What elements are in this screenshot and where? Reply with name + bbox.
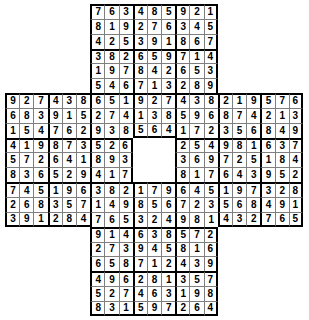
- cell-r3c12[interactable]: 1: [161, 34, 175, 49]
- cell-r3c13[interactable]: 8: [175, 34, 189, 49]
- cell-r9c19[interactable]: 8: [260, 123, 274, 138]
- cell-r8c9[interactable]: 4: [119, 108, 133, 123]
- cell-r13c1[interactable]: 7: [5, 182, 19, 197]
- cell-r13c21[interactable]: 8: [289, 182, 303, 197]
- cell-r19c13[interactable]: 3: [175, 271, 189, 286]
- cell-r4c12[interactable]: 9: [161, 49, 175, 64]
- cell-r15c14[interactable]: 8: [189, 212, 203, 227]
- cell-r9c16[interactable]: 3: [218, 123, 232, 138]
- cell-r15c9[interactable]: 5: [119, 212, 133, 227]
- cell-r9c8[interactable]: 3: [104, 123, 118, 138]
- cell-r15c2[interactable]: 9: [19, 212, 33, 227]
- cell-r20c12[interactable]: 3: [161, 286, 175, 301]
- cell-r2c12[interactable]: 6: [161, 19, 175, 34]
- cell-r21c15[interactable]: 4: [204, 301, 218, 316]
- cell-r9c5[interactable]: 6: [62, 123, 76, 138]
- cell-r11c9[interactable]: 3: [119, 152, 133, 167]
- cell-r14c18[interactable]: 8: [246, 197, 260, 212]
- cell-r14c3[interactable]: 8: [33, 197, 47, 212]
- cell-r13c10[interactable]: 1: [133, 182, 147, 197]
- cell-r14c21[interactable]: 1: [289, 197, 303, 212]
- cell-r15c11[interactable]: 2: [147, 212, 161, 227]
- cell-r7c9[interactable]: 1: [119, 93, 133, 108]
- cell-r1c12[interactable]: 5: [161, 4, 175, 19]
- cell-r1c8[interactable]: 6: [104, 4, 118, 19]
- cell-r7c3[interactable]: 7: [33, 93, 47, 108]
- cell-r12c1[interactable]: 8: [5, 167, 19, 182]
- cell-r11c15[interactable]: 9: [204, 152, 218, 167]
- cell-r10c15[interactable]: 4: [204, 138, 218, 153]
- cell-r7c15[interactable]: 8: [204, 93, 218, 108]
- cell-r16c15[interactable]: 2: [204, 227, 218, 242]
- cell-r1c15[interactable]: 1: [204, 4, 218, 19]
- cell-r5c12[interactable]: 2: [161, 63, 175, 78]
- cell-r11c1[interactable]: 5: [5, 152, 19, 167]
- cell-r14c7[interactable]: 1: [90, 197, 104, 212]
- cell-r14c15[interactable]: 3: [204, 197, 218, 212]
- cell-r3c15[interactable]: 7: [204, 34, 218, 49]
- cell-r7c10[interactable]: 9: [133, 93, 147, 108]
- cell-r18c13[interactable]: 4: [175, 256, 189, 271]
- cell-r13c4[interactable]: 1: [48, 182, 62, 197]
- cell-r17c13[interactable]: 8: [175, 242, 189, 257]
- cell-r13c20[interactable]: 2: [275, 182, 289, 197]
- cell-r15c4[interactable]: 2: [48, 212, 62, 227]
- cell-r21c8[interactable]: 3: [104, 301, 118, 316]
- cell-r14c10[interactable]: 8: [133, 197, 147, 212]
- cell-r20c7[interactable]: 5: [90, 286, 104, 301]
- cell-r16c9[interactable]: 4: [119, 227, 133, 242]
- cell-r7c13[interactable]: 4: [175, 93, 189, 108]
- cell-r15c3[interactable]: 1: [33, 212, 47, 227]
- cell-r8c7[interactable]: 2: [90, 108, 104, 123]
- cell-r19c7[interactable]: 4: [90, 271, 104, 286]
- cell-r7c6[interactable]: 8: [76, 93, 90, 108]
- cell-r3c7[interactable]: 4: [90, 34, 104, 49]
- cell-r9c20[interactable]: 4: [275, 123, 289, 138]
- cell-r8c19[interactable]: 2: [260, 108, 274, 123]
- cell-r7c5[interactable]: 3: [62, 93, 76, 108]
- cell-r13c15[interactable]: 5: [204, 182, 218, 197]
- cell-r17c8[interactable]: 7: [104, 242, 118, 257]
- cell-r16c10[interactable]: 6: [133, 227, 147, 242]
- cell-r13c18[interactable]: 7: [246, 182, 260, 197]
- cell-r17c15[interactable]: 6: [204, 242, 218, 257]
- cell-r12c19[interactable]: 9: [260, 167, 274, 182]
- cell-r6c10[interactable]: 7: [133, 78, 147, 93]
- cell-r18c7[interactable]: 6: [90, 256, 104, 271]
- cell-r7c2[interactable]: 2: [19, 93, 33, 108]
- cell-r12c20[interactable]: 5: [275, 167, 289, 182]
- cell-r12c8[interactable]: 1: [104, 167, 118, 182]
- cell-r5c9[interactable]: 7: [119, 63, 133, 78]
- cell-r17c11[interactable]: 4: [147, 242, 161, 257]
- cell-r2c9[interactable]: 9: [119, 19, 133, 34]
- cell-r14c12[interactable]: 6: [161, 197, 175, 212]
- cell-r14c20[interactable]: 9: [275, 197, 289, 212]
- cell-r13c2[interactable]: 4: [19, 182, 33, 197]
- cell-r15c18[interactable]: 2: [246, 212, 260, 227]
- cell-r8c4[interactable]: 9: [48, 108, 62, 123]
- cell-r9c1[interactable]: 1: [5, 123, 19, 138]
- cell-r15c6[interactable]: 4: [76, 212, 90, 227]
- cell-r8c10[interactable]: 1: [133, 108, 147, 123]
- cell-r19c9[interactable]: 6: [119, 271, 133, 286]
- cell-r17c12[interactable]: 5: [161, 242, 175, 257]
- cell-r7c4[interactable]: 4: [48, 93, 62, 108]
- cell-r4c7[interactable]: 3: [90, 49, 104, 64]
- cell-r13c8[interactable]: 8: [104, 182, 118, 197]
- cell-r8c17[interactable]: 7: [232, 108, 246, 123]
- cell-r13c3[interactable]: 5: [33, 182, 47, 197]
- cell-r10c18[interactable]: 1: [246, 138, 260, 153]
- cell-r20c14[interactable]: 9: [189, 286, 203, 301]
- cell-r7c17[interactable]: 1: [232, 93, 246, 108]
- cell-r10c8[interactable]: 2: [104, 138, 118, 153]
- cell-r12c21[interactable]: 2: [289, 167, 303, 182]
- cell-r12c7[interactable]: 4: [90, 167, 104, 182]
- cell-r2c14[interactable]: 4: [189, 19, 203, 34]
- cell-r19c14[interactable]: 5: [189, 271, 203, 286]
- cell-r10c2[interactable]: 1: [19, 138, 33, 153]
- cell-r12c16[interactable]: 6: [218, 167, 232, 182]
- cell-r21c12[interactable]: 7: [161, 301, 175, 316]
- cell-r8c13[interactable]: 5: [175, 108, 189, 123]
- cell-r4c8[interactable]: 8: [104, 49, 118, 64]
- cell-r3c8[interactable]: 2: [104, 34, 118, 49]
- cell-r21c10[interactable]: 5: [133, 301, 147, 316]
- cell-r5c14[interactable]: 5: [189, 63, 203, 78]
- cell-r2c10[interactable]: 2: [133, 19, 147, 34]
- cell-r11c21[interactable]: 4: [289, 152, 303, 167]
- cell-r6c11[interactable]: 1: [147, 78, 161, 93]
- cell-r17c7[interactable]: 2: [90, 242, 104, 257]
- cell-r9c7[interactable]: 9: [90, 123, 104, 138]
- cell-r11c3[interactable]: 2: [33, 152, 47, 167]
- cell-r16c8[interactable]: 1: [104, 227, 118, 242]
- cell-r21c13[interactable]: 2: [175, 301, 189, 316]
- cell-r4c11[interactable]: 5: [147, 49, 161, 64]
- cell-r16c7[interactable]: 9: [90, 227, 104, 242]
- cell-r19c15[interactable]: 7: [204, 271, 218, 286]
- cell-r15c7[interactable]: 7: [90, 212, 104, 227]
- cell-r11c19[interactable]: 1: [260, 152, 274, 167]
- cell-r2c11[interactable]: 7: [147, 19, 161, 34]
- cell-r14c5[interactable]: 5: [62, 197, 76, 212]
- cell-r8c12[interactable]: 8: [161, 108, 175, 123]
- cell-r15c8[interactable]: 6: [104, 212, 118, 227]
- cell-r7c18[interactable]: 9: [246, 93, 260, 108]
- cell-r5c7[interactable]: 1: [90, 63, 104, 78]
- cell-r3c10[interactable]: 3: [133, 34, 147, 49]
- cell-r2c7[interactable]: 8: [90, 19, 104, 34]
- cell-r16c14[interactable]: 7: [189, 227, 203, 242]
- cell-r12c18[interactable]: 3: [246, 167, 260, 182]
- cell-r10c1[interactable]: 4: [5, 138, 19, 153]
- cell-r13c17[interactable]: 9: [232, 182, 246, 197]
- cell-r13c6[interactable]: 6: [76, 182, 90, 197]
- cell-r12c3[interactable]: 6: [33, 167, 47, 182]
- center-hole: [133, 138, 176, 183]
- cell-r1c14[interactable]: 2: [189, 4, 203, 19]
- cell-r13c16[interactable]: 1: [218, 182, 232, 197]
- cell-r4c14[interactable]: 1: [189, 49, 203, 64]
- cell-r10c6[interactable]: 3: [76, 138, 90, 153]
- cell-r14c8[interactable]: 4: [104, 197, 118, 212]
- cell-r14c1[interactable]: 2: [5, 197, 19, 212]
- cell-r18c14[interactable]: 3: [189, 256, 203, 271]
- cell-r20c15[interactable]: 8: [204, 286, 218, 301]
- cell-r10c3[interactable]: 9: [33, 138, 47, 153]
- cell-r18c15[interactable]: 9: [204, 256, 218, 271]
- cell-r10c5[interactable]: 7: [62, 138, 76, 153]
- cell-r11c6[interactable]: 1: [76, 152, 90, 167]
- cell-r13c5[interactable]: 9: [62, 182, 76, 197]
- samurai-sudoku-puzzle: 7634859218192763454253918673826597141978…: [0, 0, 309, 320]
- cell-r12c4[interactable]: 5: [48, 167, 62, 182]
- cell-r17c9[interactable]: 3: [119, 242, 133, 257]
- cell-r11c18[interactable]: 5: [246, 152, 260, 167]
- cell-r16c12[interactable]: 8: [161, 227, 175, 242]
- cell-r9c6[interactable]: 2: [76, 123, 90, 138]
- cell-r6c8[interactable]: 4: [104, 78, 118, 93]
- cell-r11c16[interactable]: 7: [218, 152, 232, 167]
- cell-r1c7[interactable]: 7: [90, 4, 104, 19]
- cell-r20c8[interactable]: 2: [104, 286, 118, 301]
- cell-r15c1[interactable]: 3: [5, 212, 19, 227]
- cell-r11c8[interactable]: 9: [104, 152, 118, 167]
- cell-r18c10[interactable]: 7: [133, 256, 147, 271]
- cell-r7c19[interactable]: 5: [260, 93, 274, 108]
- cell-r17c14[interactable]: 1: [189, 242, 203, 257]
- cell-r2c13[interactable]: 3: [175, 19, 189, 34]
- cell-r21c14[interactable]: 6: [189, 301, 203, 316]
- cell-r15c10[interactable]: 3: [133, 212, 147, 227]
- cell-r8c16[interactable]: 8: [218, 108, 232, 123]
- cell-r6c13[interactable]: 2: [175, 78, 189, 93]
- cell-r13c7[interactable]: 3: [90, 182, 104, 197]
- cell-r9c15[interactable]: 2: [204, 123, 218, 138]
- cell-r13c14[interactable]: 4: [189, 182, 203, 197]
- cell-r18c9[interactable]: 8: [119, 256, 133, 271]
- cell-r14c11[interactable]: 5: [147, 197, 161, 212]
- cell-r4c13[interactable]: 7: [175, 49, 189, 64]
- cell-r12c13[interactable]: 8: [175, 167, 189, 182]
- cell-r21c7[interactable]: 8: [90, 301, 104, 316]
- cell-r10c20[interactable]: 3: [275, 138, 289, 153]
- cell-r14c2[interactable]: 6: [19, 197, 33, 212]
- cell-r10c7[interactable]: 5: [90, 138, 104, 153]
- cell-r7c21[interactable]: 6: [289, 93, 303, 108]
- cell-r4c15[interactable]: 4: [204, 49, 218, 64]
- cell-r15c16[interactable]: 4: [218, 212, 232, 227]
- cell-r18c8[interactable]: 5: [104, 256, 118, 271]
- cell-r19c12[interactable]: 1: [161, 271, 175, 286]
- cell-r8c11[interactable]: 3: [147, 108, 161, 123]
- cell-r7c7[interactable]: 6: [90, 93, 104, 108]
- cell-r4c9[interactable]: 2: [119, 49, 133, 64]
- cell-r21c9[interactable]: 1: [119, 301, 133, 316]
- cell-r1c9[interactable]: 3: [119, 4, 133, 19]
- cell-r9c12[interactable]: 4: [161, 123, 175, 138]
- cell-r9c10[interactable]: 5: [133, 123, 147, 138]
- cell-r3c11[interactable]: 9: [147, 34, 161, 49]
- cell-r11c2[interactable]: 7: [19, 152, 33, 167]
- cell-r15c15[interactable]: 1: [204, 212, 218, 227]
- cell-r13c19[interactable]: 3: [260, 182, 274, 197]
- cell-r12c14[interactable]: 1: [189, 167, 203, 182]
- cell-r1c13[interactable]: 9: [175, 4, 189, 19]
- cell-r7c8[interactable]: 5: [104, 93, 118, 108]
- cell-r8c5[interactable]: 1: [62, 108, 76, 123]
- cell-r5c11[interactable]: 4: [147, 63, 161, 78]
- cell-r7c1[interactable]: 9: [5, 93, 19, 108]
- cell-r10c17[interactable]: 8: [232, 138, 246, 153]
- cell-r14c14[interactable]: 2: [189, 197, 203, 212]
- cell-r21c11[interactable]: 9: [147, 301, 161, 316]
- cell-r12c2[interactable]: 3: [19, 167, 33, 182]
- cell-r15c5[interactable]: 8: [62, 212, 76, 227]
- cell-r8c2[interactable]: 8: [19, 108, 33, 123]
- cell-r2c15[interactable]: 5: [204, 19, 218, 34]
- cell-r8c21[interactable]: 3: [289, 108, 303, 123]
- cell-r14c4[interactable]: 3: [48, 197, 62, 212]
- cell-r9c21[interactable]: 9: [289, 123, 303, 138]
- cell-r14c6[interactable]: 7: [76, 197, 90, 212]
- cell-r10c13[interactable]: 2: [175, 138, 189, 153]
- cell-r10c19[interactable]: 6: [260, 138, 274, 153]
- cell-r6c15[interactable]: 9: [204, 78, 218, 93]
- cell-r9c18[interactable]: 6: [246, 123, 260, 138]
- cell-r20c11[interactable]: 6: [147, 286, 161, 301]
- cell-r14c9[interactable]: 9: [119, 197, 133, 212]
- cell-r7c12[interactable]: 7: [161, 93, 175, 108]
- cell-r9c3[interactable]: 4: [33, 123, 47, 138]
- cell-r9c4[interactable]: 7: [48, 123, 62, 138]
- cell-r7c20[interactable]: 7: [275, 93, 289, 108]
- cell-r1c11[interactable]: 8: [147, 4, 161, 19]
- cell-r8c6[interactable]: 5: [76, 108, 90, 123]
- cell-r6c14[interactable]: 8: [189, 78, 203, 93]
- cell-r13c11[interactable]: 7: [147, 182, 161, 197]
- cell-r11c17[interactable]: 2: [232, 152, 246, 167]
- cell-r8c1[interactable]: 6: [5, 108, 19, 123]
- cell-r4c10[interactable]: 6: [133, 49, 147, 64]
- cell-r15c19[interactable]: 7: [260, 212, 274, 227]
- cell-r10c21[interactable]: 7: [289, 138, 303, 153]
- cell-r13c12[interactable]: 9: [161, 182, 175, 197]
- cell-r11c7[interactable]: 8: [90, 152, 104, 167]
- cell-r5c8[interactable]: 9: [104, 63, 118, 78]
- cell-r9c17[interactable]: 5: [232, 123, 246, 138]
- cell-r14c16[interactable]: 5: [218, 197, 232, 212]
- cell-r8c8[interactable]: 7: [104, 108, 118, 123]
- cell-r15c12[interactable]: 4: [161, 212, 175, 227]
- cell-r20c13[interactable]: 1: [175, 286, 189, 301]
- cell-r13c13[interactable]: 6: [175, 182, 189, 197]
- cell-r12c15[interactable]: 7: [204, 167, 218, 182]
- cell-r11c14[interactable]: 6: [189, 152, 203, 167]
- cell-r11c20[interactable]: 8: [275, 152, 289, 167]
- cell-r3c9[interactable]: 5: [119, 34, 133, 49]
- cell-r6c7[interactable]: 5: [90, 78, 104, 93]
- cell-r5c10[interactable]: 8: [133, 63, 147, 78]
- cell-r10c9[interactable]: 6: [119, 138, 133, 153]
- cell-r9c13[interactable]: 1: [175, 123, 189, 138]
- cell-r15c20[interactable]: 6: [275, 212, 289, 227]
- cell-r11c13[interactable]: 3: [175, 152, 189, 167]
- cell-r16c11[interactable]: 3: [147, 227, 161, 242]
- cell-r7c11[interactable]: 2: [147, 93, 161, 108]
- cell-r6c12[interactable]: 3: [161, 78, 175, 93]
- cell-r16c13[interactable]: 5: [175, 227, 189, 242]
- cell-r19c11[interactable]: 8: [147, 271, 161, 286]
- cell-r8c15[interactable]: 6: [204, 108, 218, 123]
- cell-r3c14[interactable]: 6: [189, 34, 203, 49]
- cell-r11c5[interactable]: 4: [62, 152, 76, 167]
- cell-r17c10[interactable]: 9: [133, 242, 147, 257]
- cell-r18c11[interactable]: 1: [147, 256, 161, 271]
- cell-r10c14[interactable]: 5: [189, 138, 203, 153]
- cell-r20c9[interactable]: 7: [119, 286, 133, 301]
- cell-r14c17[interactable]: 6: [232, 197, 246, 212]
- cell-r19c10[interactable]: 2: [133, 271, 147, 286]
- cell-r12c9[interactable]: 7: [119, 167, 133, 182]
- sudoku-board: 7634859218192763454253918673826597141978…: [5, 4, 303, 316]
- cell-r8c14[interactable]: 9: [189, 108, 203, 123]
- cell-r15c21[interactable]: 5: [289, 212, 303, 227]
- cell-r7c14[interactable]: 3: [189, 93, 203, 108]
- cell-r6c9[interactable]: 6: [119, 78, 133, 93]
- cell-r15c17[interactable]: 3: [232, 212, 246, 227]
- cell-r18c12[interactable]: 2: [161, 256, 175, 271]
- cell-r10c16[interactable]: 9: [218, 138, 232, 153]
- cell-r19c8[interactable]: 9: [104, 271, 118, 286]
- cell-r14c19[interactable]: 4: [260, 197, 274, 212]
- cell-r14c13[interactable]: 7: [175, 197, 189, 212]
- cell-r8c3[interactable]: 3: [33, 108, 47, 123]
- cell-r1c10[interactable]: 4: [133, 4, 147, 19]
- cell-r5c13[interactable]: 6: [175, 63, 189, 78]
- cell-r12c6[interactable]: 9: [76, 167, 90, 182]
- cell-r2c8[interactable]: 1: [104, 19, 118, 34]
- cell-r12c5[interactable]: 2: [62, 167, 76, 182]
- cell-r8c18[interactable]: 4: [246, 108, 260, 123]
- cell-r13c9[interactable]: 2: [119, 182, 133, 197]
- cell-r9c9[interactable]: 8: [119, 123, 133, 138]
- cell-r10c4[interactable]: 8: [48, 138, 62, 153]
- cell-r9c11[interactable]: 6: [147, 123, 161, 138]
- cell-r8c20[interactable]: 1: [275, 108, 289, 123]
- cell-r7c16[interactable]: 2: [218, 93, 232, 108]
- cell-r11c4[interactable]: 6: [48, 152, 62, 167]
- cell-r9c14[interactable]: 7: [189, 123, 203, 138]
- cell-r9c2[interactable]: 5: [19, 123, 33, 138]
- cell-r5c15[interactable]: 3: [204, 63, 218, 78]
- cell-r15c13[interactable]: 9: [175, 212, 189, 227]
- cell-r20c10[interactable]: 4: [133, 286, 147, 301]
- cell-r12c17[interactable]: 4: [232, 167, 246, 182]
